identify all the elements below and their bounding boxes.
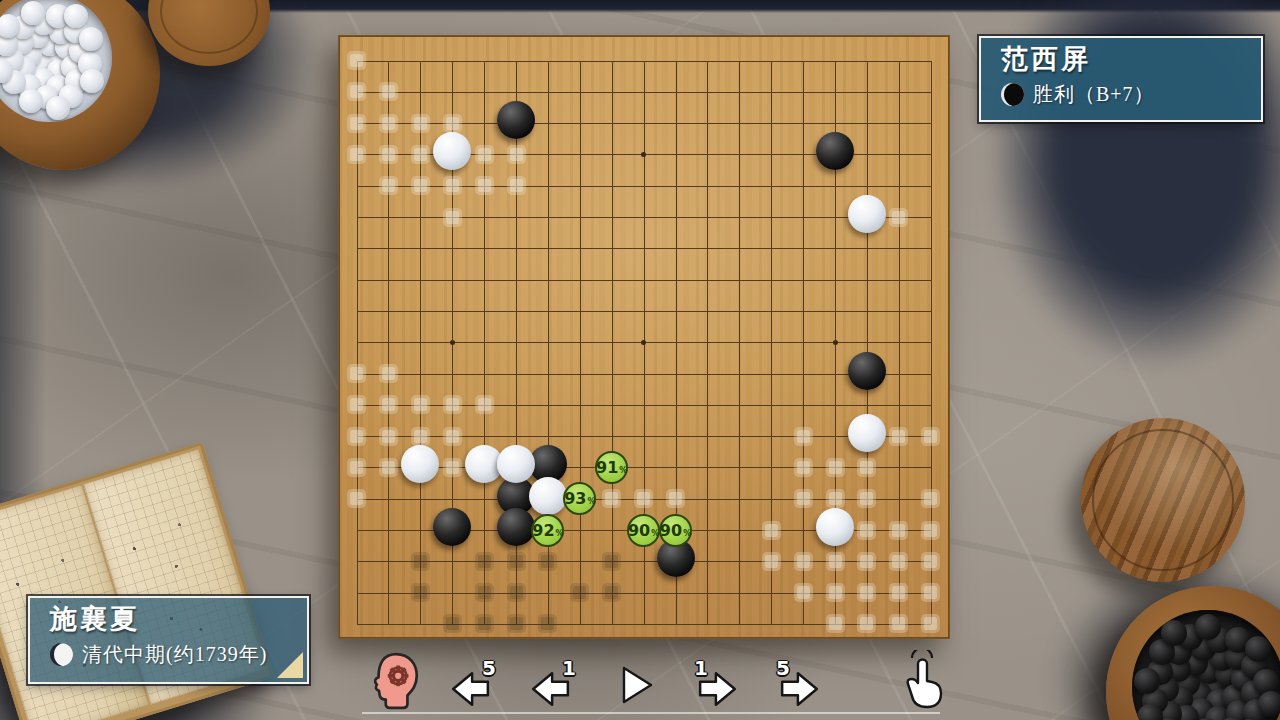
black-stone bbox=[848, 352, 886, 390]
white-bowl-stone bbox=[79, 27, 103, 51]
territory-marker-light bbox=[350, 85, 363, 98]
territory-marker-light bbox=[860, 524, 873, 537]
winrate-suggestion-badge[interactable]: 92% bbox=[531, 514, 564, 547]
territory-marker-light bbox=[478, 398, 491, 411]
territory-marker-light bbox=[924, 492, 937, 505]
territory-marker-light bbox=[414, 179, 427, 192]
step-count: 5 bbox=[776, 656, 790, 680]
black-stone bbox=[497, 508, 535, 546]
territory-marker-light bbox=[382, 179, 395, 192]
territory-marker-light bbox=[446, 461, 459, 474]
territory-marker-light bbox=[924, 524, 937, 537]
territory-marker-light bbox=[892, 586, 905, 599]
territory-marker-light bbox=[350, 367, 363, 380]
black-stones-in-bowl bbox=[1132, 610, 1280, 720]
territory-marker-light bbox=[350, 398, 363, 411]
grid-line-vertical bbox=[931, 61, 932, 624]
territory-marker-light bbox=[765, 524, 778, 537]
white-stone bbox=[529, 477, 567, 515]
grid-line-horizontal bbox=[357, 593, 931, 594]
play-button[interactable] bbox=[618, 664, 658, 708]
winrate-value: 90 bbox=[660, 521, 682, 540]
white-stone bbox=[816, 508, 854, 546]
white-stone bbox=[433, 132, 471, 170]
territory-marker-light bbox=[414, 398, 427, 411]
white-bowl-stone bbox=[21, 1, 45, 25]
black-bowl-stone bbox=[1161, 620, 1187, 646]
territory-marker-dark bbox=[414, 586, 427, 599]
black-bowl-stone bbox=[1134, 668, 1160, 694]
territory-marker-light bbox=[892, 430, 905, 443]
grid-line-horizontal bbox=[357, 374, 931, 375]
territory-marker-light bbox=[382, 85, 395, 98]
play-icon bbox=[618, 664, 654, 706]
percent-sign: % bbox=[556, 529, 564, 538]
back-1-button[interactable]: 1 bbox=[528, 662, 576, 708]
white-stone bbox=[848, 195, 886, 233]
star-point bbox=[641, 152, 646, 157]
ai-analysis-button[interactable] bbox=[366, 651, 422, 711]
star-point bbox=[641, 340, 646, 345]
white-bowl-stone bbox=[19, 89, 43, 113]
black-stone bbox=[497, 101, 535, 139]
territory-marker-light bbox=[924, 586, 937, 599]
white-stone bbox=[497, 445, 535, 483]
territory-marker-dark bbox=[446, 617, 459, 630]
territory-marker-light bbox=[829, 617, 842, 630]
black-stone bbox=[433, 508, 471, 546]
territory-marker-light bbox=[382, 430, 395, 443]
territory-marker-light bbox=[350, 54, 363, 67]
white-stone bbox=[401, 445, 439, 483]
territory-marker-light bbox=[605, 492, 618, 505]
territory-marker-dark bbox=[478, 555, 491, 568]
territory-marker-light bbox=[446, 117, 459, 130]
territory-marker-light bbox=[797, 430, 810, 443]
percent-sign: % bbox=[619, 466, 627, 475]
territory-marker-light bbox=[829, 492, 842, 505]
plate-expand-corner[interactable] bbox=[277, 652, 303, 678]
grid-line-vertical bbox=[867, 61, 868, 624]
territory-marker-light bbox=[797, 492, 810, 505]
territory-marker-light bbox=[892, 555, 905, 568]
territory-marker-dark bbox=[541, 555, 554, 568]
territory-marker-light bbox=[797, 586, 810, 599]
territory-marker-light bbox=[637, 492, 650, 505]
territory-marker-light bbox=[829, 461, 842, 474]
game-result: 胜利（B+7） bbox=[1033, 81, 1155, 108]
territory-marker-light bbox=[382, 148, 395, 161]
star-point bbox=[450, 340, 455, 345]
grid-line-horizontal bbox=[357, 561, 931, 562]
territory-marker-light bbox=[350, 492, 363, 505]
territory-marker-light bbox=[669, 492, 682, 505]
territory-marker-light bbox=[350, 461, 363, 474]
territory-marker-dark bbox=[478, 617, 491, 630]
territory-marker-dark bbox=[573, 586, 586, 599]
territory-marker-light bbox=[510, 148, 523, 161]
territory-marker-dark bbox=[605, 586, 618, 599]
white-stone bbox=[848, 414, 886, 452]
territory-marker-light bbox=[860, 461, 873, 474]
back-5-button[interactable]: 5 bbox=[448, 662, 496, 708]
winrate-value: 90 bbox=[628, 521, 650, 540]
territory-marker-light bbox=[414, 430, 427, 443]
territory-marker-light bbox=[797, 555, 810, 568]
territory-marker-light bbox=[382, 461, 395, 474]
territory-marker-dark bbox=[414, 555, 427, 568]
winrate-suggestion-badge[interactable]: 90% bbox=[659, 514, 692, 547]
bowl-lid bbox=[1081, 418, 1245, 582]
black-stone-bowl bbox=[1106, 586, 1280, 720]
black-bowl-stone bbox=[1258, 691, 1280, 717]
territory-marker-dark bbox=[510, 555, 523, 568]
winrate-value: 93 bbox=[564, 489, 586, 508]
white-stone-icon bbox=[50, 643, 73, 666]
star-point bbox=[833, 340, 838, 345]
territory-marker-dark bbox=[605, 555, 618, 568]
grid-line-horizontal bbox=[357, 624, 931, 625]
go-board[interactable]: 91%93%92%90%90% bbox=[338, 35, 950, 639]
tap-mode-button[interactable] bbox=[900, 650, 950, 712]
territory-marker-light bbox=[797, 461, 810, 474]
black-stone-icon bbox=[1001, 83, 1024, 106]
territory-marker-light bbox=[892, 524, 905, 537]
step-count: 1 bbox=[562, 656, 576, 680]
territory-marker-light bbox=[446, 179, 459, 192]
white-bowl-stone bbox=[64, 4, 88, 28]
black-bowl-stone bbox=[1245, 636, 1271, 662]
grid-line-horizontal bbox=[357, 467, 931, 468]
territory-marker-light bbox=[382, 398, 395, 411]
black-bowl-stone bbox=[1137, 704, 1163, 720]
territory-marker-light bbox=[414, 117, 427, 130]
territory-marker-light bbox=[829, 586, 842, 599]
forward-5-button[interactable]: 5 bbox=[778, 662, 826, 708]
player-name: 施襄夏 bbox=[50, 601, 307, 637]
grid-line-horizontal bbox=[357, 405, 931, 406]
territory-marker-dark bbox=[510, 586, 523, 599]
player-era: 清代中期(约1739年) bbox=[82, 641, 267, 668]
forward-1-button[interactable]: 1 bbox=[696, 662, 744, 708]
winrate-suggestion-badge[interactable]: 90% bbox=[627, 514, 660, 547]
grid-line-vertical bbox=[803, 61, 804, 624]
grid-line-vertical bbox=[739, 61, 740, 624]
grid-line-vertical bbox=[771, 61, 772, 624]
territory-marker-light bbox=[350, 148, 363, 161]
territory-marker-light bbox=[382, 117, 395, 130]
territory-marker-light bbox=[414, 148, 427, 161]
white-stone-bowl bbox=[0, 0, 160, 170]
territory-marker-light bbox=[510, 179, 523, 192]
percent-sign: % bbox=[587, 497, 595, 506]
grid-line-vertical bbox=[899, 61, 900, 624]
winrate-suggestion-badge[interactable]: 91% bbox=[595, 451, 628, 484]
black-bowl-stone bbox=[1195, 614, 1221, 640]
territory-marker-light bbox=[924, 430, 937, 443]
territory-marker-light bbox=[829, 555, 842, 568]
controls-divider bbox=[362, 712, 940, 714]
player-plate-top: 范西屏 胜利（B+7） bbox=[979, 36, 1263, 122]
territory-marker-light bbox=[924, 555, 937, 568]
grid-line-horizontal bbox=[357, 436, 931, 437]
step-count: 5 bbox=[482, 656, 496, 680]
left-shadow bbox=[0, 140, 46, 520]
white-stones-in-bowl bbox=[0, 0, 112, 122]
player-name: 范西屏 bbox=[1001, 41, 1261, 77]
territory-marker-light bbox=[350, 430, 363, 443]
territory-marker-light bbox=[765, 555, 778, 568]
white-bowl-stone bbox=[46, 96, 70, 120]
territory-marker-light bbox=[924, 617, 937, 630]
game-screen: 91%93%92%90%90% 范西屏 胜利（B+7） 施襄夏 清代中期(约17… bbox=[0, 0, 1280, 720]
grid-line-vertical bbox=[707, 61, 708, 624]
territory-marker-light bbox=[446, 430, 459, 443]
bowl-lid bbox=[148, 0, 270, 66]
territory-marker-light bbox=[446, 398, 459, 411]
winrate-value: 92 bbox=[532, 521, 554, 540]
white-bowl-stone bbox=[80, 69, 104, 93]
territory-marker-light bbox=[892, 617, 905, 630]
territory-marker-light bbox=[478, 179, 491, 192]
territory-marker-light bbox=[860, 492, 873, 505]
territory-marker-dark bbox=[510, 617, 523, 630]
territory-marker-light bbox=[350, 117, 363, 130]
territory-marker-dark bbox=[478, 586, 491, 599]
ai-head-gear-icon bbox=[366, 651, 422, 711]
winrate-value: 91 bbox=[596, 458, 618, 477]
step-count: 1 bbox=[694, 656, 708, 680]
territory-marker-light bbox=[478, 148, 491, 161]
percent-sign: % bbox=[683, 529, 691, 538]
territory-marker-light bbox=[860, 617, 873, 630]
territory-marker-light bbox=[860, 586, 873, 599]
territory-marker-dark bbox=[541, 617, 554, 630]
black-stone bbox=[816, 132, 854, 170]
territory-marker-light bbox=[860, 555, 873, 568]
player-plate-bottom: 施襄夏 清代中期(约1739年) bbox=[28, 596, 309, 684]
territory-marker-light bbox=[892, 211, 905, 224]
territory-marker-light bbox=[382, 367, 395, 380]
winrate-suggestion-badge[interactable]: 93% bbox=[563, 482, 596, 515]
territory-marker-light bbox=[446, 211, 459, 224]
tap-hand-icon bbox=[900, 650, 950, 712]
